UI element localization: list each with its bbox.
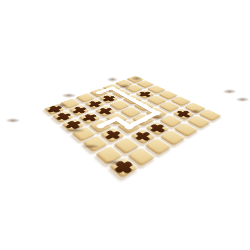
piece-ground-shadow: [223, 89, 237, 94]
dark-cone-pawn[interactable]: [107, 141, 121, 163]
piece-ground-shadow: [118, 84, 131, 89]
piece-ground-shadow: [236, 97, 250, 102]
piece-ground-shadow: [151, 115, 165, 120]
piece-ground-shadow: [5, 118, 20, 123]
piece-ground-shadow: [130, 76, 143, 81]
dark-cone-pawn[interactable]: [237, 88, 247, 100]
dark-cone-pawn[interactable]: [84, 123, 97, 147]
piece-ground-shadow: [105, 160, 125, 165]
piece-ground-shadow: [82, 144, 100, 149]
piece-ground-shadow: [64, 128, 85, 133]
light-cone-pawn[interactable]: [132, 57, 141, 79]
dark-cone-pawn[interactable]: [120, 77, 129, 87]
light-cone-pawn[interactable]: [57, 91, 66, 106]
light-cone-pawn[interactable]: [152, 94, 162, 118]
board-game-product-photo: [0, 0, 250, 250]
light-cone-pawn[interactable]: [108, 67, 116, 80]
light-cone-pawn[interactable]: [191, 100, 199, 112]
light-cone-pawn[interactable]: [7, 97, 18, 121]
dark-cone-pawn[interactable]: [224, 79, 234, 92]
dark-cone-pawn[interactable]: [67, 91, 82, 131]
